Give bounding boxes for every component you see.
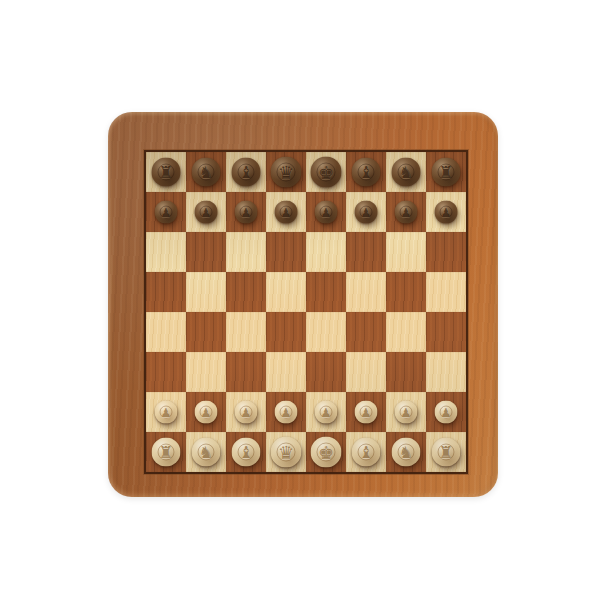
square-g3[interactable] [386,352,426,392]
white-knight-glyph: ♞ [399,444,413,460]
square-e6[interactable] [306,232,346,272]
piece-black-queen-d8[interactable]: ♛ [271,157,302,188]
piece-black-bishop-c8[interactable]: ♝ [232,158,261,187]
board-grid: ♜♞♝♛♚♝♞♜♟♟♟♟♟♟♟♟♟♟♟♟♟♟♟♟♜♞♝♛♚♝♞♜ [146,152,466,472]
piece-white-pawn-h2[interactable]: ♟ [435,401,458,424]
square-b8[interactable]: ♞ [186,152,226,192]
piece-black-knight-b8[interactable]: ♞ [192,158,221,187]
black-bishop-glyph: ♝ [359,164,373,180]
white-rook-glyph: ♜ [159,444,173,460]
black-rook-glyph: ♜ [159,164,173,180]
square-f2[interactable]: ♟ [346,392,386,432]
piece-black-pawn-g7[interactable]: ♟ [395,201,418,224]
piece-white-pawn-d2[interactable]: ♟ [275,401,298,424]
square-c3[interactable] [226,352,266,392]
square-b5[interactable] [186,272,226,312]
piece-white-knight-b1[interactable]: ♞ [192,438,221,467]
white-pawn-glyph: ♟ [201,406,212,418]
white-pawn-glyph: ♟ [361,406,372,418]
square-c5[interactable] [226,272,266,312]
square-b3[interactable] [186,352,226,392]
square-b7[interactable]: ♟ [186,192,226,232]
square-h5[interactable] [426,272,466,312]
piece-black-king-e8[interactable]: ♚ [311,157,342,188]
square-g8[interactable]: ♞ [386,152,426,192]
square-b1[interactable]: ♞ [186,432,226,472]
square-f4[interactable] [346,312,386,352]
white-pawn-glyph: ♟ [161,406,172,418]
square-a5[interactable] [146,272,186,312]
piece-black-pawn-c7[interactable]: ♟ [235,201,258,224]
white-pawn-glyph: ♟ [401,406,412,418]
square-a1[interactable]: ♜ [146,432,186,472]
square-f1[interactable]: ♝ [346,432,386,472]
square-h7[interactable]: ♟ [426,192,466,232]
square-f7[interactable]: ♟ [346,192,386,232]
black-queen-glyph: ♛ [278,163,294,181]
square-e8[interactable]: ♚ [306,152,346,192]
square-c7[interactable]: ♟ [226,192,266,232]
piece-black-pawn-h7[interactable]: ♟ [435,201,458,224]
square-h4[interactable] [426,312,466,352]
piece-white-knight-g1[interactable]: ♞ [392,438,421,467]
square-g1[interactable]: ♞ [386,432,426,472]
white-pawn-glyph: ♟ [441,406,452,418]
square-g2[interactable]: ♟ [386,392,426,432]
square-c6[interactable] [226,232,266,272]
piece-black-rook-a8[interactable]: ♜ [152,158,181,187]
square-g5[interactable] [386,272,426,312]
square-a7[interactable]: ♟ [146,192,186,232]
piece-white-bishop-f1[interactable]: ♝ [352,438,381,467]
square-a6[interactable] [146,232,186,272]
black-pawn-glyph: ♟ [241,206,252,218]
piece-black-pawn-e7[interactable]: ♟ [315,201,338,224]
piece-white-king-e1[interactable]: ♚ [311,437,342,468]
square-d2[interactable]: ♟ [266,392,306,432]
black-pawn-glyph: ♟ [281,206,292,218]
piece-black-pawn-b7[interactable]: ♟ [195,201,218,224]
white-queen-glyph: ♛ [278,443,294,461]
square-d8[interactable]: ♛ [266,152,306,192]
piece-white-pawn-b2[interactable]: ♟ [195,401,218,424]
square-d1[interactable]: ♛ [266,432,306,472]
square-f6[interactable] [346,232,386,272]
white-pawn-glyph: ♟ [281,406,292,418]
black-pawn-glyph: ♟ [321,206,332,218]
black-pawn-glyph: ♟ [161,206,172,218]
piece-white-rook-a1[interactable]: ♜ [152,438,181,467]
square-h8[interactable]: ♜ [426,152,466,192]
chess-board: ♜♞♝♛♚♝♞♜♟♟♟♟♟♟♟♟♟♟♟♟♟♟♟♟♜♞♝♛♚♝♞♜ [108,112,498,497]
square-e2[interactable]: ♟ [306,392,346,432]
square-e1[interactable]: ♚ [306,432,346,472]
square-c1[interactable]: ♝ [226,432,266,472]
square-e5[interactable] [306,272,346,312]
black-pawn-glyph: ♟ [201,206,212,218]
square-e7[interactable]: ♟ [306,192,346,232]
photo-canvas: ♜♞♝♛♚♝♞♜♟♟♟♟♟♟♟♟♟♟♟♟♟♟♟♟♜♞♝♛♚♝♞♜ [0,0,612,612]
piece-white-rook-h1[interactable]: ♜ [432,438,461,467]
square-b2[interactable]: ♟ [186,392,226,432]
square-d5[interactable] [266,272,306,312]
piece-white-queen-d1[interactable]: ♛ [271,437,302,468]
piece-black-rook-h8[interactable]: ♜ [432,158,461,187]
white-pawn-glyph: ♟ [321,406,332,418]
square-c4[interactable] [226,312,266,352]
square-h3[interactable] [426,352,466,392]
square-h6[interactable] [426,232,466,272]
black-pawn-glyph: ♟ [361,206,372,218]
black-pawn-glyph: ♟ [441,206,452,218]
black-knight-glyph: ♞ [199,164,213,180]
piece-white-pawn-e2[interactable]: ♟ [315,401,338,424]
white-king-glyph: ♚ [318,443,334,461]
piece-black-bishop-f8[interactable]: ♝ [352,158,381,187]
square-d3[interactable] [266,352,306,392]
piece-white-pawn-f2[interactable]: ♟ [355,401,378,424]
square-a2[interactable]: ♟ [146,392,186,432]
square-d6[interactable] [266,232,306,272]
piece-black-pawn-a7[interactable]: ♟ [155,201,178,224]
white-pawn-glyph: ♟ [241,406,252,418]
square-g6[interactable] [386,232,426,272]
square-d7[interactable]: ♟ [266,192,306,232]
piece-white-pawn-a2[interactable]: ♟ [155,401,178,424]
piece-black-knight-g8[interactable]: ♞ [392,158,421,187]
square-b6[interactable] [186,232,226,272]
piece-white-bishop-c1[interactable]: ♝ [232,438,261,467]
piece-black-pawn-d7[interactable]: ♟ [275,201,298,224]
black-pawn-glyph: ♟ [401,206,412,218]
square-h2[interactable]: ♟ [426,392,466,432]
white-bishop-glyph: ♝ [359,444,373,460]
square-c8[interactable]: ♝ [226,152,266,192]
white-bishop-glyph: ♝ [239,444,253,460]
square-g4[interactable] [386,312,426,352]
white-knight-glyph: ♞ [199,444,213,460]
black-rook-glyph: ♜ [439,164,453,180]
square-a3[interactable] [146,352,186,392]
black-knight-glyph: ♞ [399,164,413,180]
square-h1[interactable]: ♜ [426,432,466,472]
square-c2[interactable]: ♟ [226,392,266,432]
square-e4[interactable] [306,312,346,352]
square-f5[interactable] [346,272,386,312]
square-d4[interactable] [266,312,306,352]
square-f3[interactable] [346,352,386,392]
black-king-glyph: ♚ [318,163,334,181]
white-rook-glyph: ♜ [439,444,453,460]
piece-white-pawn-g2[interactable]: ♟ [395,401,418,424]
square-b4[interactable] [186,312,226,352]
square-a8[interactable]: ♜ [146,152,186,192]
square-e3[interactable] [306,352,346,392]
square-g7[interactable]: ♟ [386,192,426,232]
piece-black-pawn-f7[interactable]: ♟ [355,201,378,224]
black-bishop-glyph: ♝ [239,164,253,180]
square-a4[interactable] [146,312,186,352]
piece-white-pawn-c2[interactable]: ♟ [235,401,258,424]
square-f8[interactable]: ♝ [346,152,386,192]
